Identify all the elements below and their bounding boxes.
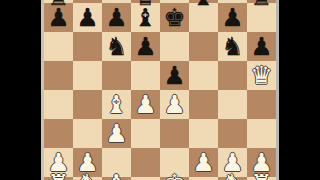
square-h1[interactable]: ♜	[247, 177, 276, 180]
square-g5[interactable]	[218, 61, 247, 90]
square-h6[interactable]: ♟	[247, 32, 276, 61]
black-pawn-b7: ♟	[76, 3, 98, 32]
white-bishop-c4: ♝	[105, 90, 127, 119]
white-pawn-f2: ♟	[192, 148, 214, 177]
square-e5[interactable]: ♟	[160, 61, 189, 90]
square-f4[interactable]	[189, 90, 218, 119]
right-black-bar	[279, 0, 320, 180]
square-f5[interactable]	[189, 61, 218, 90]
black-bishop-f8: ♝	[192, 0, 214, 11]
square-a8[interactable]: ♜	[44, 0, 73, 3]
black-pawn-h6: ♟	[250, 32, 272, 61]
square-d5[interactable]	[131, 61, 160, 90]
white-king-e1: ♚	[163, 169, 185, 180]
square-b1[interactable]: ♞	[73, 177, 102, 180]
white-bishop-c1: ♝	[105, 169, 127, 180]
square-d4[interactable]: ♟	[131, 90, 160, 119]
square-f6[interactable]	[189, 32, 218, 61]
square-f2[interactable]: ♟	[189, 148, 218, 177]
square-c5[interactable]	[102, 61, 131, 90]
square-d8[interactable]: ♛	[131, 0, 160, 3]
square-g1[interactable]: ♞	[218, 177, 247, 180]
square-b7[interactable]: ♟	[73, 3, 102, 32]
black-rook-a8: ♜	[47, 0, 69, 11]
square-c7[interactable]: ♟	[102, 3, 131, 32]
square-a6[interactable]	[44, 32, 73, 61]
square-e4[interactable]: ♟	[160, 90, 189, 119]
square-h4[interactable]	[247, 90, 276, 119]
video-frame: ♜♛♝♜♟♟♟♝♚♟♞♟♞♟♟♛♝♟♟♟♟♟♟♟♟♜♞♝♚♞♜	[0, 0, 320, 180]
chess-board-panel: ♜♛♝♜♟♟♟♝♚♟♞♟♞♟♟♛♝♟♟♟♟♟♟♟♟♜♞♝♚♞♜	[41, 0, 279, 180]
white-rook-a1: ♜	[47, 169, 69, 180]
square-c6[interactable]: ♞	[102, 32, 131, 61]
black-knight-c6: ♞	[105, 32, 127, 61]
square-a3[interactable]	[44, 119, 73, 148]
square-f3[interactable]	[189, 119, 218, 148]
black-pawn-g7: ♟	[221, 3, 243, 32]
square-h5[interactable]: ♛	[247, 61, 276, 90]
black-pawn-e5: ♟	[163, 61, 185, 90]
square-e7[interactable]: ♚	[160, 3, 189, 32]
square-e1[interactable]: ♚	[160, 177, 189, 180]
square-f8[interactable]: ♝	[189, 0, 218, 3]
square-d1[interactable]	[131, 177, 160, 180]
square-b3[interactable]	[73, 119, 102, 148]
square-e6[interactable]	[160, 32, 189, 61]
square-a1[interactable]: ♜	[44, 177, 73, 180]
white-pawn-c3: ♟	[105, 119, 127, 148]
white-queen-h5: ♛	[250, 61, 272, 90]
square-d2[interactable]	[131, 148, 160, 177]
square-g4[interactable]	[218, 90, 247, 119]
chess-board: ♜♛♝♜♟♟♟♝♚♟♞♟♞♟♟♛♝♟♟♟♟♟♟♟♟♜♞♝♚♞♜	[44, 0, 276, 180]
white-pawn-e4: ♟	[163, 90, 185, 119]
black-pawn-d6: ♟	[134, 32, 156, 61]
white-rook-h1: ♜	[250, 169, 272, 180]
black-knight-g6: ♞	[221, 32, 243, 61]
square-a4[interactable]	[44, 90, 73, 119]
square-b5[interactable]	[73, 61, 102, 90]
left-black-bar	[0, 0, 41, 180]
square-c1[interactable]: ♝	[102, 177, 131, 180]
square-d3[interactable]	[131, 119, 160, 148]
square-b4[interactable]	[73, 90, 102, 119]
black-rook-h8: ♜	[250, 0, 272, 11]
square-g6[interactable]: ♞	[218, 32, 247, 61]
square-h3[interactable]	[247, 119, 276, 148]
square-d6[interactable]: ♟	[131, 32, 160, 61]
white-pawn-d4: ♟	[134, 90, 156, 119]
square-h8[interactable]: ♜	[247, 0, 276, 3]
square-g7[interactable]: ♟	[218, 3, 247, 32]
square-b6[interactable]	[73, 32, 102, 61]
square-a5[interactable]	[44, 61, 73, 90]
square-c3[interactable]: ♟	[102, 119, 131, 148]
square-g3[interactable]	[218, 119, 247, 148]
square-e3[interactable]	[160, 119, 189, 148]
black-king-e7: ♚	[163, 3, 185, 32]
square-f1[interactable]	[189, 177, 218, 180]
white-knight-g1: ♞	[221, 169, 243, 180]
black-queen-d8: ♛	[134, 0, 156, 11]
black-pawn-c7: ♟	[105, 3, 127, 32]
white-knight-b1: ♞	[76, 169, 98, 180]
square-c4[interactable]: ♝	[102, 90, 131, 119]
